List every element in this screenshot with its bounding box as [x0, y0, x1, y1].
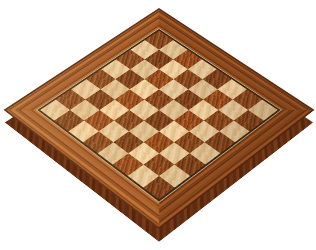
square-dark — [174, 110, 204, 131]
square-dark — [144, 131, 174, 153]
board-top-surface — [3, 8, 314, 229]
square-light — [159, 121, 189, 143]
square-dark — [174, 131, 204, 153]
product-photo — [0, 0, 316, 250]
square-dark — [54, 110, 84, 131]
square-light — [128, 142, 159, 164]
square-dark — [205, 131, 235, 153]
chess-board — [3, 8, 314, 229]
square-dark — [84, 110, 114, 131]
square-light — [98, 142, 129, 164]
square-dark — [204, 110, 234, 131]
square-dark — [234, 110, 264, 131]
square-light — [159, 165, 190, 188]
board-frame-bottom — [3, 97, 178, 229]
board-frame-right — [139, 97, 314, 229]
square-light — [189, 121, 219, 143]
square-light — [159, 142, 190, 164]
square-dark — [174, 153, 205, 176]
square-dark — [114, 110, 144, 131]
square-dark — [113, 131, 143, 153]
square-dark — [144, 110, 174, 131]
square-light — [219, 121, 249, 143]
square-light — [99, 121, 129, 143]
square-dark — [83, 131, 113, 153]
square-light — [190, 142, 221, 164]
square-dark — [144, 153, 175, 176]
square-dark — [113, 153, 144, 176]
square-dark — [143, 176, 174, 199]
square-light — [129, 121, 159, 143]
square-light — [128, 165, 159, 188]
square-light — [69, 121, 99, 143]
